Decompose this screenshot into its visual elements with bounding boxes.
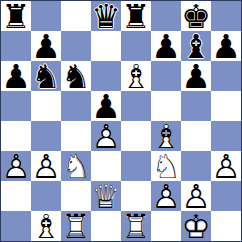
square-b2[interactable] [31, 181, 61, 211]
piece-white-pawn[interactable]: ♟♙ [31, 151, 61, 181]
square-c6[interactable]: ♞ [61, 61, 91, 91]
square-f7[interactable]: ♟ [151, 31, 181, 61]
white-king-glyph-fill: ♚ [181, 211, 211, 241]
white-rook-glyph-outline: ♖ [121, 211, 151, 241]
square-c2[interactable] [61, 181, 91, 211]
square-a4[interactable] [1, 121, 31, 151]
square-c1[interactable]: ♜♖ [61, 211, 91, 241]
white-queen-glyph-fill: ♛ [91, 181, 121, 211]
piece-black-pawn[interactable]: ♟ [91, 91, 121, 121]
black-pawn-glyph-fill: ♟ [31, 31, 61, 61]
white-bishop-glyph-fill: ♝ [151, 121, 181, 151]
piece-white-king[interactable]: ♚♔ [181, 211, 211, 241]
white-bishop-glyph-fill: ♝ [31, 211, 61, 241]
square-h5[interactable] [211, 91, 241, 121]
square-h2[interactable] [211, 181, 241, 211]
square-c3[interactable]: ♞♘ [61, 151, 91, 181]
square-f1[interactable] [151, 211, 181, 241]
piece-black-pawn[interactable]: ♟ [1, 61, 31, 91]
black-bishop-glyph-fill: ♝ [181, 31, 211, 61]
white-knight-glyph-fill: ♞ [151, 151, 181, 181]
piece-black-rook[interactable]: ♜ [1, 1, 31, 31]
black-knight-glyph-fill: ♞ [31, 61, 61, 91]
white-knight-glyph-fill: ♞ [61, 151, 91, 181]
square-h7[interactable]: ♟ [211, 31, 241, 61]
square-g3[interactable] [181, 151, 211, 181]
piece-black-pawn[interactable]: ♟ [181, 61, 211, 91]
square-a3[interactable]: ♟♙ [1, 151, 31, 181]
black-queen-glyph-fill: ♛ [91, 1, 121, 31]
square-f5[interactable] [151, 91, 181, 121]
white-pawn-glyph-outline: ♙ [181, 181, 211, 211]
square-b8[interactable] [31, 1, 61, 31]
black-rook-glyph-fill: ♜ [1, 1, 31, 31]
white-king-glyph-outline: ♔ [181, 211, 211, 241]
piece-black-bishop[interactable]: ♝ [181, 31, 211, 61]
square-g4[interactable] [181, 121, 211, 151]
square-a2[interactable] [1, 181, 31, 211]
square-d7[interactable] [91, 31, 121, 61]
square-a6[interactable]: ♟ [1, 61, 31, 91]
square-h6[interactable] [211, 61, 241, 91]
piece-black-pawn[interactable]: ♟ [211, 31, 241, 61]
white-rook-glyph-fill: ♜ [121, 211, 151, 241]
square-a1[interactable] [1, 211, 31, 241]
piece-white-pawn[interactable]: ♟♙ [1, 151, 31, 181]
square-c7[interactable] [61, 31, 91, 61]
black-pawn-glyph-fill: ♟ [181, 61, 211, 91]
square-a5[interactable] [1, 91, 31, 121]
white-pawn-glyph-fill: ♟ [1, 151, 31, 181]
square-d5[interactable]: ♟ [91, 91, 121, 121]
chess-board: ♜♛♜♚♟♟♝♟♟♞♞♝♗♟♟♟♙♝♗♟♙♟♙♞♘♞♘♟♙♛♕♟♙♟♙♝♗♜♖♜… [0, 0, 242, 242]
white-bishop-glyph-outline: ♗ [151, 121, 181, 151]
piece-black-knight[interactable]: ♞ [61, 61, 91, 91]
square-b7[interactable]: ♟ [31, 31, 61, 61]
white-rook-glyph-outline: ♖ [61, 211, 91, 241]
black-king-glyph-fill: ♚ [181, 1, 211, 31]
square-f2[interactable]: ♟♙ [151, 181, 181, 211]
white-bishop-glyph-outline: ♗ [121, 61, 151, 91]
piece-black-knight[interactable]: ♞ [31, 61, 61, 91]
square-e2[interactable] [121, 181, 151, 211]
square-c4[interactable] [61, 121, 91, 151]
square-d8[interactable]: ♛ [91, 1, 121, 31]
square-f4[interactable]: ♝♗ [151, 121, 181, 151]
white-pawn-glyph-fill: ♟ [31, 151, 61, 181]
white-bishop-glyph-fill: ♝ [121, 61, 151, 91]
white-knight-glyph-outline: ♘ [151, 151, 181, 181]
piece-black-pawn[interactable]: ♟ [151, 31, 181, 61]
square-e7[interactable] [121, 31, 151, 61]
piece-white-bishop[interactable]: ♝♗ [31, 211, 61, 241]
piece-white-pawn[interactable]: ♟♙ [211, 151, 241, 181]
black-pawn-glyph-fill: ♟ [151, 31, 181, 61]
white-pawn-glyph-outline: ♙ [151, 181, 181, 211]
square-f8[interactable] [151, 1, 181, 31]
black-rook-glyph-fill: ♜ [121, 1, 151, 31]
white-pawn-glyph-fill: ♟ [91, 121, 121, 151]
square-g8[interactable]: ♚ [181, 1, 211, 31]
square-e3[interactable] [121, 151, 151, 181]
square-b4[interactable] [31, 121, 61, 151]
square-a7[interactable] [1, 31, 31, 61]
black-pawn-glyph-fill: ♟ [1, 61, 31, 91]
square-f3[interactable]: ♞♘ [151, 151, 181, 181]
white-pawn-glyph-outline: ♙ [91, 121, 121, 151]
square-g2[interactable]: ♟♙ [181, 181, 211, 211]
square-d4[interactable]: ♟♙ [91, 121, 121, 151]
white-pawn-glyph-outline: ♙ [1, 151, 31, 181]
piece-white-rook[interactable]: ♜♖ [61, 211, 91, 241]
white-knight-glyph-outline: ♘ [61, 151, 91, 181]
piece-white-pawn[interactable]: ♟♙ [91, 121, 121, 151]
square-d1[interactable] [91, 211, 121, 241]
square-a8[interactable]: ♜ [1, 1, 31, 31]
black-pawn-glyph-fill: ♟ [211, 31, 241, 61]
piece-white-bishop[interactable]: ♝♗ [121, 61, 151, 91]
white-pawn-glyph-fill: ♟ [211, 151, 241, 181]
square-e1[interactable]: ♜♖ [121, 211, 151, 241]
piece-white-pawn[interactable]: ♟♙ [151, 181, 181, 211]
square-d2[interactable]: ♛♕ [91, 181, 121, 211]
white-pawn-glyph-fill: ♟ [151, 181, 181, 211]
piece-white-knight[interactable]: ♞♘ [151, 151, 181, 181]
square-e8[interactable]: ♜ [121, 1, 151, 31]
square-g1[interactable]: ♚♔ [181, 211, 211, 241]
piece-white-knight[interactable]: ♞♘ [61, 151, 91, 181]
square-f6[interactable] [151, 61, 181, 91]
square-c5[interactable] [61, 91, 91, 121]
square-g7[interactable]: ♝ [181, 31, 211, 61]
piece-white-bishop[interactable]: ♝♗ [151, 121, 181, 151]
white-bishop-glyph-outline: ♗ [31, 211, 61, 241]
white-rook-glyph-fill: ♜ [61, 211, 91, 241]
square-e5[interactable] [121, 91, 151, 121]
piece-white-rook[interactable]: ♜♖ [121, 211, 151, 241]
square-b6[interactable]: ♞ [31, 61, 61, 91]
square-h3[interactable]: ♟♙ [211, 151, 241, 181]
square-h1[interactable] [211, 211, 241, 241]
black-pawn-glyph-fill: ♟ [91, 91, 121, 121]
square-d3[interactable] [91, 151, 121, 181]
piece-black-pawn[interactable]: ♟ [31, 31, 61, 61]
square-h4[interactable] [211, 121, 241, 151]
square-g5[interactable] [181, 91, 211, 121]
square-c8[interactable] [61, 1, 91, 31]
piece-black-queen[interactable]: ♛ [91, 1, 121, 31]
white-queen-glyph-outline: ♕ [91, 181, 121, 211]
square-b1[interactable]: ♝♗ [31, 211, 61, 241]
piece-white-queen[interactable]: ♛♕ [91, 181, 121, 211]
square-b3[interactable]: ♟♙ [31, 151, 61, 181]
square-d6[interactable] [91, 61, 121, 91]
piece-white-pawn[interactable]: ♟♙ [181, 181, 211, 211]
piece-black-rook[interactable]: ♜ [121, 1, 151, 31]
square-e4[interactable] [121, 121, 151, 151]
square-g6[interactable]: ♟ [181, 61, 211, 91]
square-b5[interactable] [31, 91, 61, 121]
square-h8[interactable] [211, 1, 241, 31]
piece-black-king[interactable]: ♚ [181, 1, 211, 31]
white-pawn-glyph-outline: ♙ [211, 151, 241, 181]
white-pawn-glyph-fill: ♟ [181, 181, 211, 211]
white-pawn-glyph-outline: ♙ [31, 151, 61, 181]
black-knight-glyph-fill: ♞ [61, 61, 91, 91]
square-e6[interactable]: ♝♗ [121, 61, 151, 91]
